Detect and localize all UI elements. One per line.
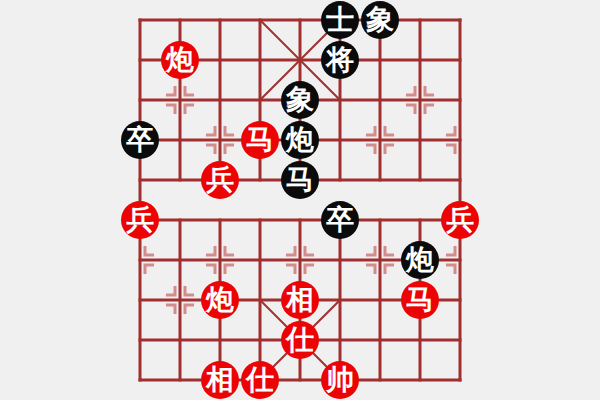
piece-red-soldier[interactable]: 兵 — [121, 201, 159, 239]
piece-black-advisor[interactable]: 士 — [321, 1, 359, 39]
piece-red-cannon[interactable]: 炮 — [161, 41, 199, 79]
piece-black-elephant[interactable]: 象 — [361, 1, 399, 39]
piece-black-cannon[interactable]: 炮 — [401, 241, 439, 279]
piece-black-cannon[interactable]: 炮 — [281, 121, 319, 159]
piece-black-soldier[interactable]: 卒 — [121, 121, 159, 159]
piece-red-general[interactable]: 帅 — [321, 361, 359, 399]
piece-red-soldier[interactable]: 兵 — [201, 161, 239, 199]
piece-red-elephant[interactable]: 相 — [201, 361, 239, 399]
piece-black-general[interactable]: 将 — [321, 41, 359, 79]
pieces-grid: 士象炮将象卒马炮兵马兵卒兵炮炮相马仕相仕帅 — [120, 0, 480, 400]
xiangqi-board[interactable]: 士象炮将象卒马炮兵马兵卒兵炮炮相马仕相仕帅 — [120, 0, 480, 400]
xiangqi-screen: 士象炮将象卒马炮兵马兵卒兵炮炮相马仕相仕帅 — [0, 0, 600, 400]
piece-red-advisor[interactable]: 仕 — [281, 321, 319, 359]
piece-red-advisor[interactable]: 仕 — [241, 361, 279, 399]
piece-black-horse[interactable]: 马 — [281, 161, 319, 199]
piece-red-horse[interactable]: 马 — [401, 281, 439, 319]
piece-red-cannon[interactable]: 炮 — [201, 281, 239, 319]
piece-red-horse[interactable]: 马 — [241, 121, 279, 159]
piece-black-soldier[interactable]: 卒 — [321, 201, 359, 239]
piece-red-soldier[interactable]: 兵 — [441, 201, 479, 239]
piece-red-elephant[interactable]: 相 — [281, 281, 319, 319]
piece-black-elephant[interactable]: 象 — [281, 81, 319, 119]
